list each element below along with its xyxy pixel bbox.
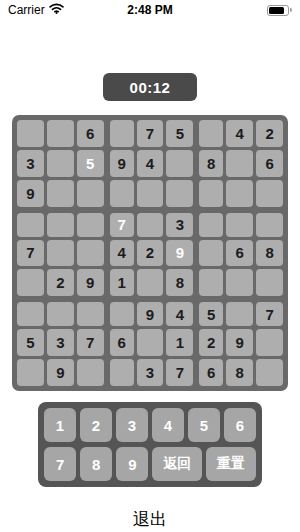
cell-r4c7[interactable] [199,213,223,237]
cell-r3c8[interactable] [226,180,253,207]
cell-r2c8[interactable] [226,150,253,177]
cell-r9c9[interactable] [256,359,283,386]
cell-r4c2[interactable] [47,213,74,237]
cell-r8c9[interactable] [256,329,283,356]
cell-r3c4[interactable] [110,180,134,207]
cell-r9c1[interactable] [17,359,44,386]
cell-r4c5[interactable] [137,213,164,237]
cell-r6c5[interactable] [137,269,164,296]
cell-r4c6[interactable]: 3 [166,213,193,237]
cell-r7c8[interactable] [226,302,253,326]
cell-r7c2[interactable] [47,302,74,326]
cell-r7c3[interactable] [77,302,104,326]
cell-r5c4[interactable]: 4 [110,240,134,267]
cell-r8c8[interactable]: 9 [226,329,253,356]
cell-r5c1[interactable]: 7 [17,240,44,267]
cell-r8c3[interactable]: 7 [77,329,104,356]
cell-r1c3[interactable]: 6 [77,120,104,147]
cell-r1c1[interactable] [17,120,44,147]
cell-r6c9[interactable] [256,269,283,296]
cell-r1c6[interactable]: 5 [166,120,193,147]
cell-r1c2[interactable] [47,120,74,147]
clock: 2:48 PM [98,3,202,17]
cell-r4c1[interactable] [17,213,44,237]
cell-r3c7[interactable] [199,180,223,207]
exit-button[interactable]: 退出 [133,510,167,529]
num-button-3[interactable]: 3 [116,408,148,442]
cell-r9c3[interactable] [77,359,104,386]
carrier-label: Carrier [8,3,45,17]
cell-r2c7[interactable]: 8 [199,150,223,177]
cell-r5c9[interactable]: 8 [256,240,283,267]
reset-button[interactable]: 重置 [206,447,256,481]
cell-r2c9[interactable]: 6 [256,150,283,177]
cell-r3c1[interactable]: 9 [17,180,44,207]
battery-icon [267,5,292,16]
cell-r5c5[interactable]: 2 [137,240,164,267]
cell-r1c9[interactable]: 2 [256,120,283,147]
cell-r8c7[interactable]: 2 [199,329,223,356]
cell-r6c3[interactable]: 9 [77,269,104,296]
cell-r2c4[interactable]: 9 [110,150,134,177]
cell-r7c7[interactable]: 5 [199,302,223,326]
cell-r2c5[interactable]: 4 [137,150,164,177]
numpad: 123456789返回重置 [38,402,262,487]
cell-r7c1[interactable] [17,302,44,326]
num-button-7[interactable]: 7 [44,447,76,481]
cell-r6c7[interactable] [199,269,223,296]
cell-r3c6[interactable] [166,180,193,207]
num-button-9[interactable]: 9 [116,447,148,481]
cell-r5c8[interactable]: 6 [226,240,253,267]
cell-r8c5[interactable] [137,329,164,356]
cell-r2c1[interactable]: 3 [17,150,44,177]
cell-r9c2[interactable]: 9 [47,359,74,386]
cell-r9c7[interactable]: 6 [199,359,223,386]
num-button-4[interactable]: 4 [152,408,184,442]
status-bar: Carrier 2:48 PM [0,0,300,20]
cell-r6c4[interactable]: 1 [110,269,134,296]
num-button-2[interactable]: 2 [80,408,112,442]
cell-r8c4[interactable]: 6 [110,329,134,356]
timer-display: 00:12 [103,73,197,101]
cell-r3c9[interactable] [256,180,283,207]
cell-r2c2[interactable] [47,150,74,177]
cell-r6c1[interactable] [17,269,44,296]
cell-r3c5[interactable] [137,180,164,207]
cell-r8c1[interactable]: 5 [17,329,44,356]
cell-r5c2[interactable] [47,240,74,267]
cell-r3c3[interactable] [77,180,104,207]
wifi-icon [49,3,64,17]
cell-r9c4[interactable] [110,359,134,386]
cell-r6c2[interactable]: 2 [47,269,74,296]
num-button-1[interactable]: 1 [44,408,76,442]
cell-r2c6[interactable] [166,150,193,177]
cell-r1c8[interactable]: 4 [226,120,253,147]
cell-r8c6[interactable]: 1 [166,329,193,356]
cell-r7c9[interactable]: 7 [256,302,283,326]
undo-button[interactable]: 返回 [152,447,202,481]
num-button-5[interactable]: 5 [188,408,220,442]
num-button-6[interactable]: 6 [224,408,256,442]
cell-r8c2[interactable]: 3 [47,329,74,356]
cell-r4c3[interactable] [77,213,104,237]
num-button-8[interactable]: 8 [80,447,112,481]
cell-r1c4[interactable] [110,120,134,147]
sudoku-board: 6754235948697374296829189457537612993768 [12,115,288,391]
cell-r4c8[interactable] [226,213,253,237]
cell-r7c5[interactable]: 9 [137,302,164,326]
cell-r9c8[interactable]: 8 [226,359,253,386]
cell-r9c5[interactable]: 3 [137,359,164,386]
cell-r5c3[interactable] [77,240,104,267]
cell-r3c2[interactable] [47,180,74,207]
cell-r4c9[interactable] [256,213,283,237]
cell-r5c6[interactable]: 9 [166,240,193,267]
cell-r1c5[interactable]: 7 [137,120,164,147]
cell-r9c6[interactable]: 7 [166,359,193,386]
cell-r2c3[interactable]: 5 [77,150,104,177]
cell-r6c6[interactable]: 8 [166,269,193,296]
cell-r5c7[interactable] [199,240,223,267]
cell-r7c6[interactable]: 4 [166,302,193,326]
cell-r4c4[interactable]: 7 [110,213,134,237]
cell-r6c8[interactable] [226,269,253,296]
timer-value: 00:12 [130,79,171,96]
cell-r1c7[interactable] [199,120,223,147]
cell-r7c4[interactable] [110,302,134,326]
